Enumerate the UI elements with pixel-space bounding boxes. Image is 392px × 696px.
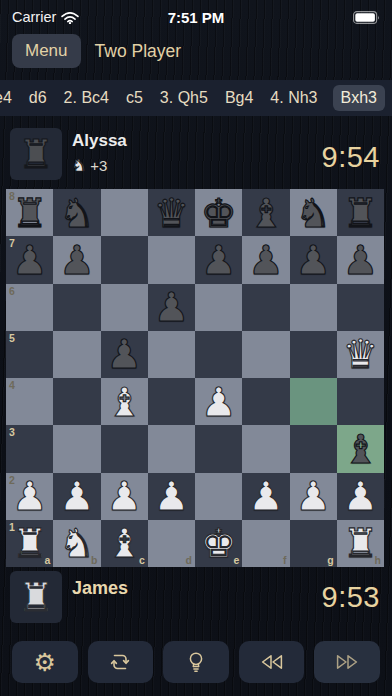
app-screen: Carrier 7:51 PM Menu T <box>0 0 392 696</box>
white-rook: ♜ <box>342 523 378 563</box>
white-knight: ♞ <box>59 523 95 563</box>
menu-button[interactable]: Menu <box>12 34 81 68</box>
square-d3[interactable] <box>148 425 195 472</box>
white-pawn: ♟ <box>106 476 142 516</box>
square-f1[interactable]: f <box>242 520 289 567</box>
square-e4[interactable]: ♟ <box>195 378 242 425</box>
player-top-clock: 9:54 <box>322 141 380 174</box>
square-g7[interactable]: ♟ <box>290 236 337 283</box>
square-g3[interactable] <box>290 425 337 472</box>
square-c4[interactable]: ♝ <box>101 378 148 425</box>
square-e5[interactable] <box>195 331 242 378</box>
white-rook: ♜ <box>12 523 48 563</box>
move-token[interactable]: c5 <box>124 85 145 111</box>
move-list: e4d62. Bc4c53. Qh5Bg44. Nh3Bxh3 <box>0 85 385 111</box>
square-h7[interactable]: ♟ <box>337 236 384 283</box>
file-label-b: b <box>91 554 97 566</box>
square-b7[interactable]: ♟ <box>53 236 100 283</box>
file-label-d: d <box>186 554 192 566</box>
file-label-g: g <box>327 554 333 566</box>
move-token[interactable]: Bg4 <box>223 85 255 111</box>
status-bar: Carrier 7:51 PM <box>0 0 392 30</box>
player-top-avatar: ♜ <box>10 128 62 180</box>
square-g6[interactable] <box>290 284 337 331</box>
black-bishop: ♝ <box>248 193 284 233</box>
flip-icon <box>107 650 133 674</box>
wifi-icon <box>61 11 79 24</box>
rank-label-6: 6 <box>9 285 15 297</box>
white-queen: ♛ <box>342 334 378 374</box>
black-bishop: ♝ <box>342 429 378 469</box>
rank-label-7: 7 <box>9 237 15 249</box>
square-a7[interactable]: 7♟ <box>6 236 53 283</box>
square-e2[interactable] <box>195 473 242 520</box>
move-token[interactable]: e4 <box>0 85 14 111</box>
square-g8[interactable]: ♞ <box>290 189 337 236</box>
player-bottom-row: ♜ James 9:53 <box>0 571 392 629</box>
black-pawn: ♟ <box>59 240 95 280</box>
white-pawn: ♟ <box>342 476 378 516</box>
settings-button[interactable]: ⚙ <box>12 641 78 683</box>
square-f2[interactable]: ♟ <box>242 473 289 520</box>
square-b2[interactable]: ♟ <box>53 473 100 520</box>
rank-label-8: 8 <box>9 190 15 202</box>
hint-button[interactable] <box>163 641 229 683</box>
square-c5[interactable]: ♟ <box>101 331 148 378</box>
square-b3[interactable] <box>53 425 100 472</box>
square-g2[interactable]: ♟ <box>290 473 337 520</box>
square-f3[interactable] <box>242 425 289 472</box>
square-a8[interactable]: 8♜ <box>6 189 53 236</box>
square-f7[interactable]: ♟ <box>242 236 289 283</box>
fast-forward-icon <box>334 650 360 674</box>
rank-label-3: 3 <box>9 426 15 438</box>
square-d5[interactable] <box>148 331 195 378</box>
black-rook-avatar-icon: ♜ <box>18 128 54 180</box>
square-a5[interactable]: 5 <box>6 331 53 378</box>
white-pawn: ♟ <box>201 382 237 422</box>
black-rook: ♜ <box>12 193 48 233</box>
black-pawn: ♟ <box>295 240 331 280</box>
square-g4[interactable] <box>290 378 337 425</box>
square-e3[interactable] <box>195 425 242 472</box>
redo-button[interactable] <box>314 641 380 683</box>
move-token[interactable]: 3. Qh5 <box>158 85 210 111</box>
square-b4[interactable] <box>53 378 100 425</box>
move-list-bar[interactable]: e4d62. Bc4c53. Qh5Bg44. Nh3Bxh3 <box>0 80 392 116</box>
white-pawn: ♟ <box>295 476 331 516</box>
square-e1[interactable]: e♚ <box>195 520 242 567</box>
nav-bar: Menu Two Player <box>0 30 392 72</box>
square-b5[interactable] <box>53 331 100 378</box>
file-label-c: c <box>139 554 145 566</box>
white-bishop: ♝ <box>106 382 142 422</box>
square-h4[interactable] <box>337 378 384 425</box>
square-b1[interactable]: b♞ <box>53 520 100 567</box>
rewind-icon <box>259 650 285 674</box>
move-token[interactable]: Bxh3 <box>333 85 385 111</box>
square-h3[interactable]: ♝ <box>337 425 384 472</box>
square-c6[interactable] <box>101 284 148 331</box>
player-top-material: ♞ +3 <box>72 156 107 175</box>
file-label-h: h <box>375 554 381 566</box>
black-pawn: ♟ <box>201 240 237 280</box>
square-d2[interactable]: ♟ <box>148 473 195 520</box>
white-pawn: ♟ <box>59 476 95 516</box>
square-h8[interactable]: ♜ <box>337 189 384 236</box>
square-c8[interactable] <box>101 189 148 236</box>
battery-icon <box>353 11 380 24</box>
square-c1[interactable]: c♝ <box>101 520 148 567</box>
player-top-name: Alyssa <box>72 131 127 151</box>
square-c3[interactable] <box>101 425 148 472</box>
gear-icon: ⚙ <box>34 650 56 675</box>
square-h1[interactable]: h♜ <box>337 520 384 567</box>
player-bottom-name: James <box>72 578 128 599</box>
black-queen: ♛ <box>153 193 189 233</box>
square-a4[interactable]: 4 <box>6 378 53 425</box>
square-d6[interactable]: ♟ <box>148 284 195 331</box>
square-g5[interactable] <box>290 331 337 378</box>
square-d4[interactable] <box>148 378 195 425</box>
square-h2[interactable]: ♟ <box>337 473 384 520</box>
black-pawn: ♟ <box>248 240 284 280</box>
undo-button[interactable] <box>239 641 305 683</box>
captured-knight-icon: ♞ <box>72 156 86 175</box>
square-e8[interactable]: ♚ <box>195 189 242 236</box>
file-label-e: e <box>233 554 239 566</box>
white-king: ♚ <box>201 523 237 563</box>
rank-label-2: 2 <box>9 474 15 486</box>
file-label-f: f <box>283 554 287 566</box>
rank-label-1: 1 <box>9 521 15 533</box>
player-bottom-clock: 9:53 <box>322 581 380 614</box>
player-top-row: ♜ Alyssa ♞ +3 9:54 <box>0 128 392 186</box>
white-pawn: ♟ <box>153 476 189 516</box>
carrier-label: Carrier <box>12 9 56 25</box>
square-c2[interactable]: ♟ <box>101 473 148 520</box>
square-a2[interactable]: 2♟ <box>6 473 53 520</box>
black-knight: ♞ <box>295 193 331 233</box>
white-pawn: ♟ <box>12 476 48 516</box>
square-g1[interactable]: g <box>290 520 337 567</box>
square-a6[interactable]: 6 <box>6 284 53 331</box>
black-pawn: ♟ <box>153 287 189 327</box>
square-h5[interactable]: ♛ <box>337 331 384 378</box>
white-bishop: ♝ <box>106 523 142 563</box>
black-rook: ♜ <box>342 193 378 233</box>
rank-label-5: 5 <box>9 332 15 344</box>
white-pawn: ♟ <box>248 476 284 516</box>
black-knight: ♞ <box>59 193 95 233</box>
file-label-a: a <box>44 554 50 566</box>
player-bottom-avatar: ♜ <box>10 571 62 623</box>
square-f8[interactable]: ♝ <box>242 189 289 236</box>
black-king: ♚ <box>201 193 237 233</box>
square-e6[interactable] <box>195 284 242 331</box>
square-b8[interactable]: ♞ <box>53 189 100 236</box>
square-f5[interactable] <box>242 331 289 378</box>
flip-board-button[interactable] <box>88 641 154 683</box>
black-pawn: ♟ <box>342 240 378 280</box>
square-a3[interactable]: 3 <box>6 425 53 472</box>
move-token[interactable]: d6 <box>27 85 49 111</box>
bottom-toolbar: ⚙ <box>0 641 392 683</box>
square-h6[interactable] <box>337 284 384 331</box>
page-title: Two Player <box>95 41 182 62</box>
square-c7[interactable] <box>101 236 148 283</box>
black-pawn: ♟ <box>106 334 142 374</box>
material-advantage: +3 <box>90 157 107 174</box>
square-f6[interactable] <box>242 284 289 331</box>
white-rook-avatar-icon: ♜ <box>18 571 54 623</box>
square-b6[interactable] <box>53 284 100 331</box>
square-d8[interactable]: ♛ <box>148 189 195 236</box>
rank-label-4: 4 <box>9 379 15 391</box>
move-token[interactable]: 2. Bc4 <box>62 85 111 111</box>
square-e7[interactable]: ♟ <box>195 236 242 283</box>
chess-board: 8♜♞♛♚♝♞♜7♟♟♟♟♟♟6♟5♟♛4♝♟3♝2♟♟♟♟♟♟♟1a♜b♞c♝… <box>6 189 384 567</box>
square-f4[interactable] <box>242 378 289 425</box>
black-pawn: ♟ <box>12 240 48 280</box>
move-token[interactable]: 4. Nh3 <box>268 85 319 111</box>
square-d7[interactable] <box>148 236 195 283</box>
square-a1[interactable]: 1a♜ <box>6 520 53 567</box>
lightbulb-icon <box>183 650 209 674</box>
square-d1[interactable]: d <box>148 520 195 567</box>
